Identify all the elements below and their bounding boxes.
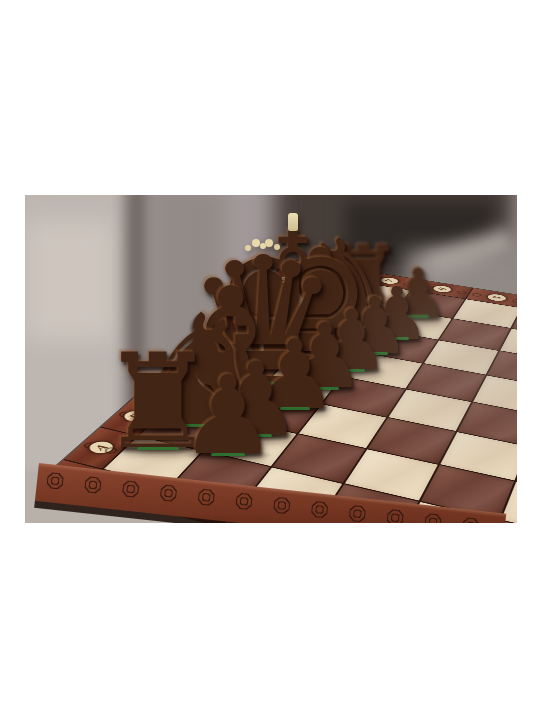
green-felt-base (211, 453, 246, 456)
pawn-glyph: ♟ (179, 374, 276, 459)
pieces-layer: ♜♟♞♟♝♟♚♟♛♟♝♟♞♟♜♟ (25, 195, 517, 523)
piece-black-pawn-a7: ♟ (188, 370, 267, 456)
page: 87654321HHGGFFEEDDCCBBAA87654321 ♜♟♞♟♝♟♚… (0, 0, 540, 720)
chess-photo: 87654321HHGGFFEEDDCCBBAA87654321 ♜♟♞♟♝♟♚… (25, 195, 517, 523)
queen-cream-beads (260, 243, 266, 249)
green-felt-base (137, 447, 179, 450)
